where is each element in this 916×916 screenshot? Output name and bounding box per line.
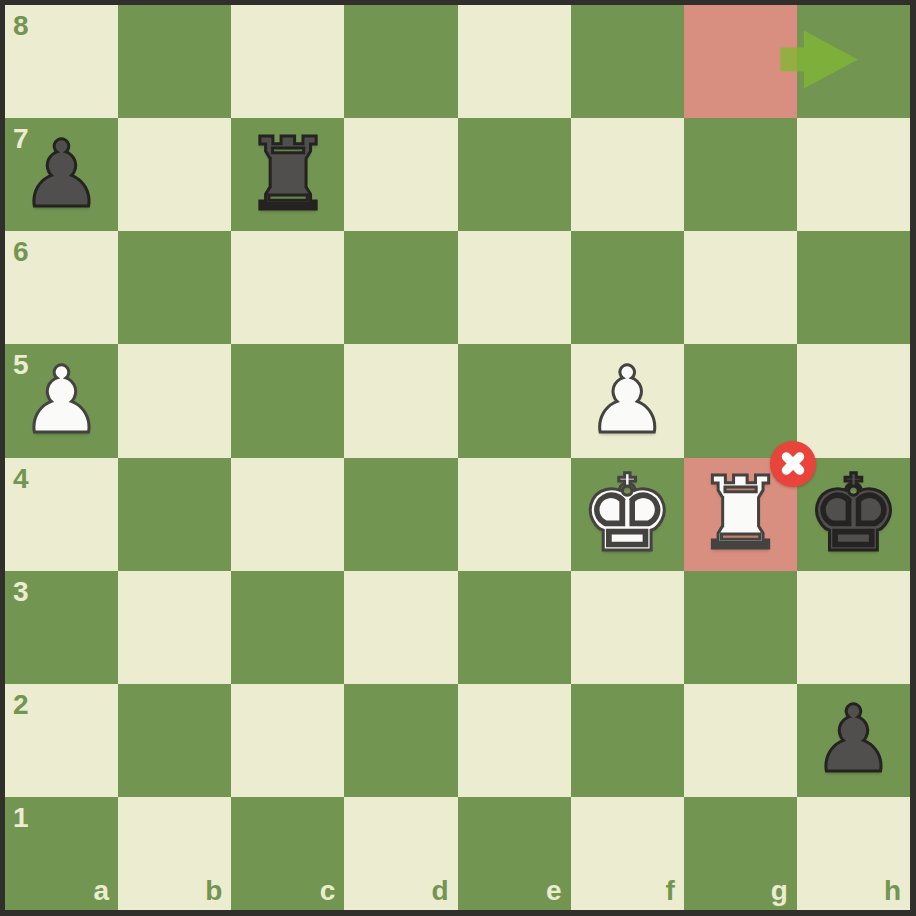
square-a5[interactable]: 5♟ <box>5 344 118 457</box>
square-e4[interactable] <box>458 458 571 571</box>
square-e8[interactable] <box>458 5 571 118</box>
square-h3[interactable] <box>797 571 910 684</box>
square-d3[interactable] <box>344 571 457 684</box>
square-a2[interactable]: 2 <box>5 684 118 797</box>
white-rook[interactable]: ♜ <box>695 464 785 564</box>
file-label-f: f <box>665 877 674 905</box>
square-d5[interactable] <box>344 344 457 457</box>
square-e7[interactable] <box>458 118 571 231</box>
rank-label-8: 8 <box>13 12 29 40</box>
square-g8[interactable] <box>684 5 797 118</box>
square-h2[interactable]: ♟ <box>797 684 910 797</box>
file-label-c: c <box>320 877 336 905</box>
square-f1[interactable]: f <box>571 797 684 910</box>
square-g7[interactable] <box>684 118 797 231</box>
square-a1[interactable]: 1a <box>5 797 118 910</box>
square-c3[interactable] <box>231 571 344 684</box>
file-label-b: b <box>205 877 222 905</box>
square-a3[interactable]: 3 <box>5 571 118 684</box>
file-label-e: e <box>546 877 562 905</box>
square-c6[interactable] <box>231 231 344 344</box>
square-a6[interactable]: 6 <box>5 231 118 344</box>
square-e1[interactable]: e <box>458 797 571 910</box>
square-h6[interactable] <box>797 231 910 344</box>
square-g6[interactable] <box>684 231 797 344</box>
chess-board-frame: 87♟♜65♟♟4♚♜♚32♟1abcdefgh <box>0 0 916 916</box>
black-pawn[interactable]: ♟ <box>812 694 894 786</box>
chess-board[interactable]: 87♟♜65♟♟4♚♜♚32♟1abcdefgh <box>5 5 910 910</box>
square-h1[interactable]: h <box>797 797 910 910</box>
square-e6[interactable] <box>458 231 571 344</box>
square-c7[interactable]: ♜ <box>231 118 344 231</box>
black-king[interactable]: ♚ <box>806 461 901 567</box>
square-b3[interactable] <box>118 571 231 684</box>
square-e3[interactable] <box>458 571 571 684</box>
square-c4[interactable] <box>231 458 344 571</box>
square-b7[interactable] <box>118 118 231 231</box>
square-f8[interactable] <box>571 5 684 118</box>
square-d1[interactable]: d <box>344 797 457 910</box>
square-g3[interactable] <box>684 571 797 684</box>
rank-label-3: 3 <box>13 578 29 606</box>
square-e5[interactable] <box>458 344 571 457</box>
square-d6[interactable] <box>344 231 457 344</box>
square-c5[interactable] <box>231 344 344 457</box>
square-c2[interactable] <box>231 684 344 797</box>
white-pawn[interactable]: ♟ <box>20 355 102 447</box>
rank-label-6: 6 <box>13 238 29 266</box>
square-b8[interactable] <box>118 5 231 118</box>
square-d4[interactable] <box>344 458 457 571</box>
square-f4[interactable]: ♚ <box>571 458 684 571</box>
square-g2[interactable] <box>684 684 797 797</box>
white-king[interactable]: ♚ <box>580 461 675 567</box>
file-label-h: h <box>884 877 901 905</box>
file-label-g: g <box>771 877 788 905</box>
square-f7[interactable] <box>571 118 684 231</box>
square-g5[interactable] <box>684 344 797 457</box>
square-h7[interactable] <box>797 118 910 231</box>
square-b2[interactable] <box>118 684 231 797</box>
incorrect-move-badge <box>770 441 816 487</box>
square-h5[interactable] <box>797 344 910 457</box>
square-f5[interactable]: ♟ <box>571 344 684 457</box>
square-f2[interactable] <box>571 684 684 797</box>
square-a4[interactable]: 4 <box>5 458 118 571</box>
square-b6[interactable] <box>118 231 231 344</box>
square-d7[interactable] <box>344 118 457 231</box>
black-pawn[interactable]: ♟ <box>20 129 102 221</box>
square-d2[interactable] <box>344 684 457 797</box>
square-b4[interactable] <box>118 458 231 571</box>
square-g4[interactable]: ♜ <box>684 458 797 571</box>
rank-label-2: 2 <box>13 691 29 719</box>
square-e2[interactable] <box>458 684 571 797</box>
square-c8[interactable] <box>231 5 344 118</box>
square-a8[interactable]: 8 <box>5 5 118 118</box>
square-f3[interactable] <box>571 571 684 684</box>
black-rook[interactable]: ♜ <box>243 125 333 225</box>
square-d8[interactable] <box>344 5 457 118</box>
square-b1[interactable]: b <box>118 797 231 910</box>
square-c1[interactable]: c <box>231 797 344 910</box>
white-pawn[interactable]: ♟ <box>586 355 668 447</box>
square-h8[interactable] <box>797 5 910 118</box>
square-b5[interactable] <box>118 344 231 457</box>
file-label-a: a <box>94 877 110 905</box>
rank-label-4: 4 <box>13 465 29 493</box>
file-label-d: d <box>431 877 448 905</box>
square-f6[interactable] <box>571 231 684 344</box>
square-a7[interactable]: 7♟ <box>5 118 118 231</box>
rank-label-1: 1 <box>13 804 29 832</box>
square-g1[interactable]: g <box>684 797 797 910</box>
square-h4[interactable]: ♚ <box>797 458 910 571</box>
